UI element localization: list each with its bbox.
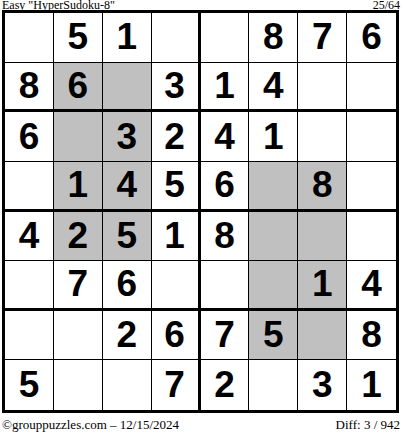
- cell-r1c2[interactable]: 5: [54, 13, 103, 63]
- cell-r3c8[interactable]: [347, 112, 396, 162]
- given-digit: 4: [116, 164, 137, 206]
- cell-r2c5[interactable]: 1: [201, 63, 250, 113]
- cell-r2c8[interactable]: [347, 63, 396, 113]
- given-digit: 1: [164, 215, 185, 257]
- cell-r3c2[interactable]: [54, 112, 103, 162]
- given-digit: 4: [214, 116, 235, 158]
- given-digit: 3: [312, 364, 333, 406]
- cell-r1c6[interactable]: 8: [249, 13, 298, 63]
- cell-r6c7[interactable]: 1: [298, 261, 347, 311]
- cell-r5c7[interactable]: [298, 212, 347, 262]
- cell-r2c4[interactable]: 3: [152, 63, 201, 113]
- cell-r3c3[interactable]: 3: [103, 112, 152, 162]
- cell-r6c1[interactable]: [5, 261, 54, 311]
- cell-r4c2[interactable]: 1: [54, 162, 103, 212]
- given-digit: 4: [263, 65, 284, 107]
- cell-r5c3[interactable]: 5: [103, 212, 152, 262]
- cell-r5c4[interactable]: 1: [152, 212, 201, 262]
- cell-r3c6[interactable]: 1: [249, 112, 298, 162]
- cell-r8c7[interactable]: 3: [298, 360, 347, 410]
- given-digit: 2: [68, 215, 89, 257]
- cell-r8c5[interactable]: 2: [201, 360, 250, 410]
- cell-r4c8[interactable]: [347, 162, 396, 212]
- given-digit: 8: [361, 314, 382, 356]
- cell-r4c5[interactable]: 6: [201, 162, 250, 212]
- cell-r7c8[interactable]: 8: [347, 311, 396, 361]
- cell-r7c7[interactable]: [298, 311, 347, 361]
- given-digit: 1: [68, 164, 89, 206]
- cell-r7c3[interactable]: 2: [103, 311, 152, 361]
- cell-r5c1[interactable]: 4: [5, 212, 54, 262]
- given-digit: 5: [164, 164, 185, 206]
- cell-r6c5[interactable]: [201, 261, 250, 311]
- cell-r5c6[interactable]: [249, 212, 298, 262]
- given-digit: 6: [19, 116, 40, 158]
- cell-r4c3[interactable]: 4: [103, 162, 152, 212]
- cell-r1c8[interactable]: 6: [347, 13, 396, 63]
- cell-r6c6[interactable]: [249, 261, 298, 311]
- cell-r5c5[interactable]: 8: [201, 212, 250, 262]
- cell-r1c1[interactable]: [5, 13, 54, 63]
- cell-r5c2[interactable]: 2: [54, 212, 103, 262]
- cell-r7c1[interactable]: [5, 311, 54, 361]
- header: Easy "HyperSudoku-8" 25/64: [2, 0, 400, 10]
- cell-r3c4[interactable]: 2: [152, 112, 201, 162]
- given-digit: 2: [214, 364, 235, 406]
- cell-r5c8[interactable]: [347, 212, 396, 262]
- cell-r7c2[interactable]: [54, 311, 103, 361]
- given-digit: 1: [116, 16, 137, 58]
- cell-r3c1[interactable]: 6: [5, 112, 54, 162]
- cell-r4c1[interactable]: [5, 162, 54, 212]
- cell-r8c6[interactable]: [249, 360, 298, 410]
- given-digit: 2: [164, 116, 185, 158]
- cell-r4c6[interactable]: [249, 162, 298, 212]
- cell-r2c2[interactable]: 6: [54, 63, 103, 113]
- cell-r1c3[interactable]: 1: [103, 13, 152, 63]
- given-digit: 7: [312, 16, 333, 58]
- given-digit: 7: [214, 314, 235, 356]
- given-digit: 3: [116, 116, 137, 158]
- cell-r6c4[interactable]: [152, 261, 201, 311]
- cell-r8c2[interactable]: [54, 360, 103, 410]
- given-digit: 8: [19, 65, 40, 107]
- given-digit: 4: [19, 215, 40, 257]
- cell-r8c8[interactable]: 1: [347, 360, 396, 410]
- copyright-text: ©grouppuzzles.com – 12/15/2024: [2, 417, 179, 432]
- cell-r3c5[interactable]: 4: [201, 112, 250, 162]
- cell-r6c2[interactable]: 7: [54, 261, 103, 311]
- given-digit: 8: [312, 164, 333, 206]
- cell-r1c5[interactable]: [201, 13, 250, 63]
- given-digit: 6: [361, 16, 382, 58]
- given-digit: 6: [116, 263, 137, 305]
- given-digit: 7: [68, 263, 89, 305]
- given-digit: 1: [263, 116, 284, 158]
- cell-r6c3[interactable]: 6: [103, 261, 152, 311]
- cell-r1c4[interactable]: [152, 13, 201, 63]
- given-digit: 1: [312, 263, 333, 305]
- difficulty-text: Diff: 3 / 942: [336, 417, 400, 432]
- cell-r2c1[interactable]: 8: [5, 63, 54, 113]
- given-digit: 5: [263, 314, 284, 356]
- given-digit: 6: [214, 164, 235, 206]
- cell-r2c3[interactable]: [103, 63, 152, 113]
- given-digit: 5: [68, 16, 89, 58]
- given-digit: 1: [214, 65, 235, 107]
- cell-r2c6[interactable]: 4: [249, 63, 298, 113]
- given-digit: 3: [164, 65, 185, 107]
- cell-r4c4[interactable]: 5: [152, 162, 201, 212]
- given-digit: 6: [68, 65, 89, 107]
- cell-r7c5[interactable]: 7: [201, 311, 250, 361]
- given-digit: 5: [19, 364, 40, 406]
- cell-r7c6[interactable]: 5: [249, 311, 298, 361]
- cell-r4c7[interactable]: 8: [298, 162, 347, 212]
- cell-r2c7[interactable]: [298, 63, 347, 113]
- given-digit: 6: [164, 314, 185, 356]
- cell-r3c7[interactable]: [298, 112, 347, 162]
- given-digit: 1: [361, 364, 382, 406]
- given-digit: 5: [116, 215, 137, 257]
- footer: ©grouppuzzles.com – 12/15/2024 Diff: 3 /…: [2, 417, 400, 432]
- cell-r1c7[interactable]: 7: [298, 13, 347, 63]
- cell-r8c4[interactable]: 7: [152, 360, 201, 410]
- given-digit: 8: [214, 215, 235, 257]
- cell-r8c3[interactable]: [103, 360, 152, 410]
- cell-r6c8[interactable]: 4: [347, 261, 396, 311]
- given-digit: 4: [361, 263, 382, 305]
- given-digit: 2: [116, 314, 137, 356]
- cell-r7c4[interactable]: 6: [152, 311, 201, 361]
- given-digit: 7: [164, 364, 185, 406]
- board: 518768631463241145684251876142675857231: [2, 10, 399, 413]
- given-digit: 8: [263, 16, 284, 58]
- cell-r8c1[interactable]: 5: [5, 360, 54, 410]
